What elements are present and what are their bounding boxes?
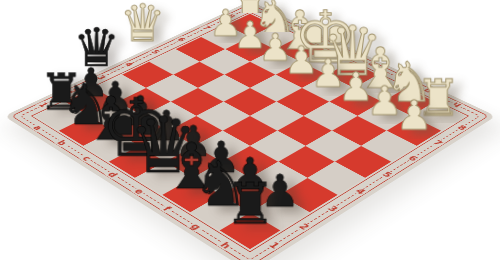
- file-label-far-e: e: [364, 61, 378, 68]
- rank-label-right-3: 3: [324, 204, 341, 214]
- file-label-near-a: a: [30, 123, 45, 131]
- square-e5: [250, 102, 304, 131]
- square-e4: [223, 116, 278, 146]
- file-label-far-a: a: [262, 13, 276, 19]
- file-label-near-c: c: [79, 154, 94, 163]
- file-label-near-h: h: [217, 240, 235, 251]
- square-f3: [222, 146, 279, 178]
- rank-label-left-1: 1: [36, 101, 51, 109]
- rank-label-left-3: 3: [94, 74, 109, 82]
- file-label-near-b: b: [54, 138, 70, 147]
- rank-label-left-5: 5: [148, 48, 162, 55]
- board-perspective-wrapper: aabbccddeeffgghh1122334455667788♜♞♝♚♛♝♞♜…: [0, 0, 500, 260]
- rank-label-right-2: 2: [295, 221, 312, 232]
- rank-label-right-1: 1: [265, 240, 283, 251]
- file-label-far-c: c: [312, 36, 325, 43]
- spare-black-queen: ♛: [59, 22, 135, 75]
- square-g4: [278, 146, 335, 178]
- file-label-near-d: d: [104, 170, 121, 180]
- spare-white-queen: ♛: [106, 0, 179, 49]
- rank-label-left-2: 2: [65, 87, 80, 95]
- rank-label-left-7: 7: [200, 24, 214, 31]
- rank-label-right-5: 5: [379, 170, 396, 179]
- file-label-far-b: b: [286, 24, 300, 31]
- file-label-near-g: g: [187, 221, 205, 232]
- rank-label-right-4: 4: [352, 186, 369, 196]
- chess-set-product-photo: aabbccddeeffgghh1122334455667788♜♞♝♚♛♝♞♜…: [0, 0, 500, 260]
- file-label-far-h: h: [449, 101, 464, 109]
- square-e2: [165, 146, 222, 178]
- board-mat: aabbccddeeffgghh1122334455667788♜♞♝♚♛♝♞♜…: [4, 1, 496, 260]
- rank-label-right-8: 8: [454, 123, 470, 132]
- rank-label-left-6: 6: [175, 36, 189, 43]
- rank-label-right-7: 7: [430, 138, 446, 147]
- rank-label-left-8: 8: [224, 13, 238, 20]
- file-label-far-d: d: [337, 48, 351, 55]
- file-label-far-f: f: [392, 74, 405, 81]
- file-label-far-g: g: [420, 87, 435, 95]
- rank-label-right-6: 6: [405, 154, 421, 163]
- rank-label-left-4: 4: [122, 61, 136, 68]
- file-label-near-e: e: [131, 186, 148, 196]
- file-label-near-f: f: [160, 204, 175, 213]
